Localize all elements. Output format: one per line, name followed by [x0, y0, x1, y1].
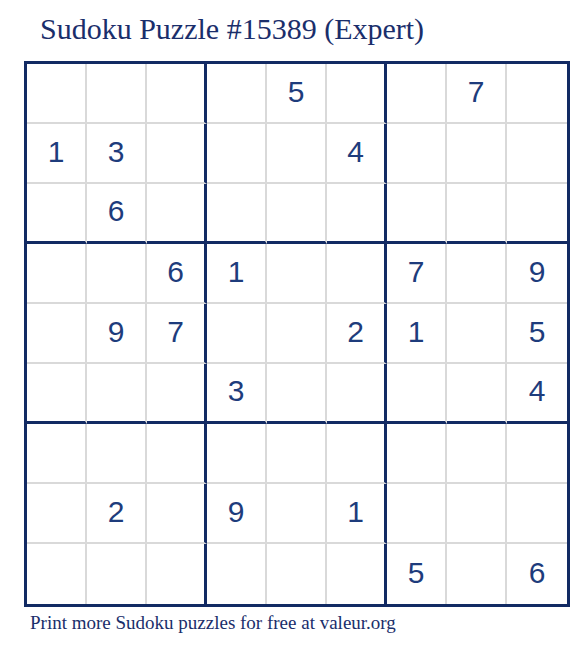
cell-r3c6[interactable] — [327, 184, 387, 244]
cell-r8c9[interactable] — [507, 484, 567, 544]
cell-r9c6[interactable] — [327, 544, 387, 604]
cell-r7c4[interactable] — [207, 424, 267, 484]
cell-r9c2[interactable] — [87, 544, 147, 604]
sudoku-page: Sudoku Puzzle #15389 (Expert) 5713466179… — [0, 0, 580, 651]
cell-r2c7[interactable] — [387, 124, 447, 184]
cell-r4c6[interactable] — [327, 244, 387, 304]
cell-r5c8[interactable] — [447, 304, 507, 364]
cell-r4c5[interactable] — [267, 244, 327, 304]
cell-r1c1[interactable] — [27, 64, 87, 124]
cell-r7c6[interactable] — [327, 424, 387, 484]
cell-r9c8[interactable] — [447, 544, 507, 604]
page-title: Sudoku Puzzle #15389 (Expert) — [40, 12, 424, 46]
cell-r1c3[interactable] — [147, 64, 207, 124]
cell-r9c3[interactable] — [147, 544, 207, 604]
cell-r8c4[interactable]: 9 — [207, 484, 267, 544]
sudoku-grid: 5713466179972153429156 — [24, 61, 570, 607]
cell-r5c4[interactable] — [207, 304, 267, 364]
cell-r1c5[interactable]: 5 — [267, 64, 327, 124]
cell-r8c1[interactable] — [27, 484, 87, 544]
cell-r2c1[interactable]: 1 — [27, 124, 87, 184]
cell-r4c4[interactable]: 1 — [207, 244, 267, 304]
cell-r5c2[interactable]: 9 — [87, 304, 147, 364]
cell-r5c6[interactable]: 2 — [327, 304, 387, 364]
cell-r2c6[interactable]: 4 — [327, 124, 387, 184]
cell-r7c5[interactable] — [267, 424, 327, 484]
cell-r4c2[interactable] — [87, 244, 147, 304]
cell-r3c7[interactable] — [387, 184, 447, 244]
cell-r9c4[interactable] — [207, 544, 267, 604]
cell-r9c9[interactable]: 6 — [507, 544, 567, 604]
cell-r3c4[interactable] — [207, 184, 267, 244]
cell-r4c8[interactable] — [447, 244, 507, 304]
cell-r3c5[interactable] — [267, 184, 327, 244]
cell-r5c5[interactable] — [267, 304, 327, 364]
cell-r1c6[interactable] — [327, 64, 387, 124]
cell-r2c2[interactable]: 3 — [87, 124, 147, 184]
cell-r7c7[interactable] — [387, 424, 447, 484]
cell-r6c1[interactable] — [27, 364, 87, 424]
cell-r3c8[interactable] — [447, 184, 507, 244]
cell-r2c8[interactable] — [447, 124, 507, 184]
cell-r2c9[interactable] — [507, 124, 567, 184]
cell-r7c3[interactable] — [147, 424, 207, 484]
cell-r8c8[interactable] — [447, 484, 507, 544]
cell-r5c7[interactable]: 1 — [387, 304, 447, 364]
cell-r1c4[interactable] — [207, 64, 267, 124]
cell-r8c5[interactable] — [267, 484, 327, 544]
cell-r6c9[interactable]: 4 — [507, 364, 567, 424]
cell-r2c5[interactable] — [267, 124, 327, 184]
cell-r7c8[interactable] — [447, 424, 507, 484]
cell-r1c8[interactable]: 7 — [447, 64, 507, 124]
cell-r3c3[interactable] — [147, 184, 207, 244]
cell-r6c4[interactable]: 3 — [207, 364, 267, 424]
cell-r1c2[interactable] — [87, 64, 147, 124]
cell-r2c4[interactable] — [207, 124, 267, 184]
footer-text: Print more Sudoku puzzles for free at va… — [30, 612, 396, 634]
cell-r1c9[interactable] — [507, 64, 567, 124]
cell-r9c7[interactable]: 5 — [387, 544, 447, 604]
cell-r8c6[interactable]: 1 — [327, 484, 387, 544]
cell-r1c7[interactable] — [387, 64, 447, 124]
cell-r4c3[interactable]: 6 — [147, 244, 207, 304]
cell-r3c9[interactable] — [507, 184, 567, 244]
cell-r4c9[interactable]: 9 — [507, 244, 567, 304]
cell-r6c7[interactable] — [387, 364, 447, 424]
cell-r6c6[interactable] — [327, 364, 387, 424]
cell-r6c3[interactable] — [147, 364, 207, 424]
cell-r8c3[interactable] — [147, 484, 207, 544]
cell-r2c3[interactable] — [147, 124, 207, 184]
cell-r5c3[interactable]: 7 — [147, 304, 207, 364]
cell-r4c1[interactable] — [27, 244, 87, 304]
cell-r4c7[interactable]: 7 — [387, 244, 447, 304]
cell-r7c9[interactable] — [507, 424, 567, 484]
cell-r3c1[interactable] — [27, 184, 87, 244]
cell-r5c1[interactable] — [27, 304, 87, 364]
cell-r6c2[interactable] — [87, 364, 147, 424]
cell-r9c5[interactable] — [267, 544, 327, 604]
cell-r3c2[interactable]: 6 — [87, 184, 147, 244]
cell-r5c9[interactable]: 5 — [507, 304, 567, 364]
cell-r6c5[interactable] — [267, 364, 327, 424]
cell-r7c1[interactable] — [27, 424, 87, 484]
cell-r8c2[interactable]: 2 — [87, 484, 147, 544]
cell-r9c1[interactable] — [27, 544, 87, 604]
cell-r7c2[interactable] — [87, 424, 147, 484]
cell-r6c8[interactable] — [447, 364, 507, 424]
cell-r8c7[interactable] — [387, 484, 447, 544]
